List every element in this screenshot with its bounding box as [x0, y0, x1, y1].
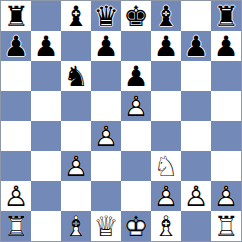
- square-a6[interactable]: [1, 61, 31, 91]
- square-g6[interactable]: [181, 61, 211, 91]
- square-a8[interactable]: ♜: [1, 1, 31, 31]
- black-pawn-piece: ♟: [181, 31, 211, 61]
- black-bishop-piece: ♝: [61, 1, 91, 31]
- square-b8[interactable]: [31, 1, 61, 31]
- square-f7[interactable]: ♟: [151, 31, 181, 61]
- square-b5[interactable]: [31, 91, 61, 121]
- square-d6[interactable]: [91, 61, 121, 91]
- black-pawn-piece: ♟: [91, 31, 121, 61]
- square-c5[interactable]: [61, 91, 91, 121]
- square-f8[interactable]: ♝: [151, 1, 181, 31]
- square-g7[interactable]: ♟: [181, 31, 211, 61]
- black-rook-piece: ♜: [1, 1, 31, 31]
- square-b2[interactable]: [31, 181, 61, 211]
- square-a3[interactable]: [1, 151, 31, 181]
- white-pawn-piece: ♟♙: [151, 181, 181, 211]
- white-knight-piece: ♞♘: [151, 151, 181, 181]
- square-f6[interactable]: [151, 61, 181, 91]
- white-pawn-piece: ♟♙: [1, 181, 31, 211]
- black-king-piece: ♚: [121, 1, 151, 31]
- white-pawn-piece: ♟♙: [61, 151, 91, 181]
- square-g1[interactable]: [181, 211, 211, 241]
- square-g2[interactable]: ♟♙: [181, 181, 211, 211]
- white-rook-piece: ♜♖: [211, 211, 241, 241]
- square-e1[interactable]: ♚♔: [121, 211, 151, 241]
- square-d4[interactable]: ♟♙: [91, 121, 121, 151]
- square-e6[interactable]: ♟: [121, 61, 151, 91]
- black-rook-piece: ♜: [211, 1, 241, 31]
- square-e4[interactable]: [121, 121, 151, 151]
- square-b7[interactable]: ♟: [31, 31, 61, 61]
- square-a1[interactable]: ♜♖: [1, 211, 31, 241]
- square-h8[interactable]: ♜: [211, 1, 241, 31]
- white-rook-piece: ♜♖: [1, 211, 31, 241]
- square-h1[interactable]: ♜♖: [211, 211, 241, 241]
- square-d1[interactable]: ♛♕: [91, 211, 121, 241]
- square-c2[interactable]: [61, 181, 91, 211]
- square-g5[interactable]: [181, 91, 211, 121]
- square-c8[interactable]: ♝: [61, 1, 91, 31]
- square-g8[interactable]: [181, 1, 211, 31]
- square-e8[interactable]: ♚: [121, 1, 151, 31]
- square-h3[interactable]: [211, 151, 241, 181]
- white-pawn-piece: ♟♙: [181, 181, 211, 211]
- square-d8[interactable]: ♛: [91, 1, 121, 31]
- square-b6[interactable]: [31, 61, 61, 91]
- white-queen-piece: ♛♕: [91, 211, 121, 241]
- square-h6[interactable]: [211, 61, 241, 91]
- black-pawn-piece: ♟: [31, 31, 61, 61]
- black-pawn-piece: ♟: [1, 31, 31, 61]
- chess-board: ♜♝♛♚♝♜♟♟♟♟♟♟♞♟♟♙♟♙♟♙♞♘♟♙♟♙♟♙♟♙♜♖♝♗♛♕♚♔♝♗…: [0, 0, 242, 242]
- white-pawn-piece: ♟♙: [91, 121, 121, 151]
- square-a7[interactable]: ♟: [1, 31, 31, 61]
- square-c3[interactable]: ♟♙: [61, 151, 91, 181]
- square-g4[interactable]: [181, 121, 211, 151]
- square-b1[interactable]: [31, 211, 61, 241]
- square-d7[interactable]: ♟: [91, 31, 121, 61]
- square-e5[interactable]: ♟♙: [121, 91, 151, 121]
- square-f4[interactable]: [151, 121, 181, 151]
- white-king-piece: ♚♔: [121, 211, 151, 241]
- square-f2[interactable]: ♟♙: [151, 181, 181, 211]
- white-pawn-piece: ♟♙: [121, 91, 151, 121]
- black-bishop-piece: ♝: [151, 1, 181, 31]
- square-e7[interactable]: [121, 31, 151, 61]
- square-h7[interactable]: ♟: [211, 31, 241, 61]
- square-g3[interactable]: [181, 151, 211, 181]
- white-pawn-piece: ♟♙: [211, 181, 241, 211]
- square-d3[interactable]: [91, 151, 121, 181]
- square-b4[interactable]: [31, 121, 61, 151]
- square-c4[interactable]: [61, 121, 91, 151]
- square-c6[interactable]: ♞: [61, 61, 91, 91]
- square-c7[interactable]: [61, 31, 91, 61]
- square-f3[interactable]: ♞♘: [151, 151, 181, 181]
- square-a2[interactable]: ♟♙: [1, 181, 31, 211]
- white-bishop-piece: ♝♗: [61, 211, 91, 241]
- square-c1[interactable]: ♝♗: [61, 211, 91, 241]
- black-queen-piece: ♛: [91, 1, 121, 31]
- square-d2[interactable]: [91, 181, 121, 211]
- black-pawn-piece: ♟: [121, 61, 151, 91]
- square-e3[interactable]: [121, 151, 151, 181]
- square-b3[interactable]: [31, 151, 61, 181]
- square-f5[interactable]: [151, 91, 181, 121]
- square-h4[interactable]: [211, 121, 241, 151]
- black-pawn-piece: ♟: [211, 31, 241, 61]
- black-knight-piece: ♞: [61, 61, 91, 91]
- square-e2[interactable]: [121, 181, 151, 211]
- square-a4[interactable]: [1, 121, 31, 151]
- square-d5[interactable]: [91, 91, 121, 121]
- square-h2[interactable]: ♟♙: [211, 181, 241, 211]
- square-h5[interactable]: [211, 91, 241, 121]
- square-f1[interactable]: ♝♗: [151, 211, 181, 241]
- white-bishop-piece: ♝♗: [151, 211, 181, 241]
- square-a5[interactable]: [1, 91, 31, 121]
- black-pawn-piece: ♟: [151, 31, 181, 61]
